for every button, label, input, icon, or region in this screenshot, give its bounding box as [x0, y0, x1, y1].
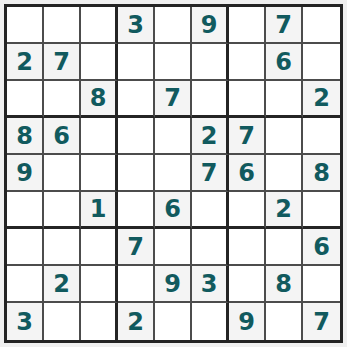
cell-r5c4[interactable] [118, 155, 155, 192]
cell-r2c9[interactable] [303, 44, 340, 81]
cell-r3c6[interactable] [192, 81, 229, 118]
cell-r3c1[interactable] [7, 81, 44, 118]
cell-r5c7[interactable]: 6 [229, 155, 266, 192]
cell-r2c4[interactable] [118, 44, 155, 81]
cell-r9c9[interactable]: 7 [303, 303, 340, 340]
cell-r8c2[interactable]: 2 [44, 266, 81, 303]
cell-r7c9[interactable]: 6 [303, 229, 340, 266]
cell-r1c1[interactable] [7, 7, 44, 44]
cell-r7c5[interactable] [155, 229, 192, 266]
cell-r3c4[interactable] [118, 81, 155, 118]
cell-r1c5[interactable] [155, 7, 192, 44]
cell-r1c4[interactable]: 3 [118, 7, 155, 44]
cell-r7c6[interactable] [192, 229, 229, 266]
cell-r7c2[interactable] [44, 229, 81, 266]
cell-r9c3[interactable] [81, 303, 118, 340]
cell-r7c3[interactable] [81, 229, 118, 266]
cell-r6c1[interactable] [7, 192, 44, 229]
cell-r8c1[interactable] [7, 266, 44, 303]
cell-r3c2[interactable] [44, 81, 81, 118]
cell-r8c3[interactable] [81, 266, 118, 303]
cell-r8c6[interactable]: 3 [192, 266, 229, 303]
sudoku-board: 397276872862797681627629383297 [4, 4, 343, 343]
cell-r5c3[interactable] [81, 155, 118, 192]
cell-r1c6[interactable]: 9 [192, 7, 229, 44]
sudoku-page: 397276872862797681627629383297 [0, 0, 347, 347]
cell-r5c5[interactable] [155, 155, 192, 192]
cell-r9c8[interactable] [266, 303, 303, 340]
cell-r2c7[interactable] [229, 44, 266, 81]
cell-r6c8[interactable]: 2 [266, 192, 303, 229]
cell-r8c9[interactable] [303, 266, 340, 303]
cell-r4c6[interactable]: 2 [192, 118, 229, 155]
cell-r1c8[interactable]: 7 [266, 7, 303, 44]
cell-r6c9[interactable] [303, 192, 340, 229]
cell-r9c2[interactable] [44, 303, 81, 340]
cell-r8c8[interactable]: 8 [266, 266, 303, 303]
cell-r6c3[interactable]: 1 [81, 192, 118, 229]
cell-r6c4[interactable] [118, 192, 155, 229]
cell-r2c8[interactable]: 6 [266, 44, 303, 81]
cell-r9c4[interactable]: 2 [118, 303, 155, 340]
cell-r8c7[interactable] [229, 266, 266, 303]
cell-r4c3[interactable] [81, 118, 118, 155]
cell-r1c3[interactable] [81, 7, 118, 44]
cell-r4c5[interactable] [155, 118, 192, 155]
cell-r1c9[interactable] [303, 7, 340, 44]
cell-r2c5[interactable] [155, 44, 192, 81]
cell-r6c5[interactable]: 6 [155, 192, 192, 229]
cell-r9c1[interactable]: 3 [7, 303, 44, 340]
cell-r3c7[interactable] [229, 81, 266, 118]
cell-r8c5[interactable]: 9 [155, 266, 192, 303]
cell-r4c8[interactable] [266, 118, 303, 155]
cell-r1c2[interactable] [44, 7, 81, 44]
cell-r4c1[interactable]: 8 [7, 118, 44, 155]
cell-r7c4[interactable]: 7 [118, 229, 155, 266]
cell-r9c7[interactable]: 9 [229, 303, 266, 340]
cell-r5c1[interactable]: 9 [7, 155, 44, 192]
cell-r3c5[interactable]: 7 [155, 81, 192, 118]
cell-r5c6[interactable]: 7 [192, 155, 229, 192]
cell-r4c2[interactable]: 6 [44, 118, 81, 155]
cell-r2c3[interactable] [81, 44, 118, 81]
cell-r7c1[interactable] [7, 229, 44, 266]
cell-r4c9[interactable] [303, 118, 340, 155]
cell-r3c9[interactable]: 2 [303, 81, 340, 118]
cell-r6c2[interactable] [44, 192, 81, 229]
cell-r2c6[interactable] [192, 44, 229, 81]
cell-r7c7[interactable] [229, 229, 266, 266]
cell-r3c8[interactable] [266, 81, 303, 118]
cell-r3c3[interactable]: 8 [81, 81, 118, 118]
cell-r9c6[interactable] [192, 303, 229, 340]
cell-r5c2[interactable] [44, 155, 81, 192]
cell-r6c7[interactable] [229, 192, 266, 229]
cell-r5c9[interactable]: 8 [303, 155, 340, 192]
cell-r4c4[interactable] [118, 118, 155, 155]
cell-r2c1[interactable]: 2 [7, 44, 44, 81]
cell-r5c8[interactable] [266, 155, 303, 192]
cell-r6c6[interactable] [192, 192, 229, 229]
cell-r9c5[interactable] [155, 303, 192, 340]
cell-r7c8[interactable] [266, 229, 303, 266]
cell-r1c7[interactable] [229, 7, 266, 44]
cell-r4c7[interactable]: 7 [229, 118, 266, 155]
cell-r8c4[interactable] [118, 266, 155, 303]
cell-r2c2[interactable]: 7 [44, 44, 81, 81]
